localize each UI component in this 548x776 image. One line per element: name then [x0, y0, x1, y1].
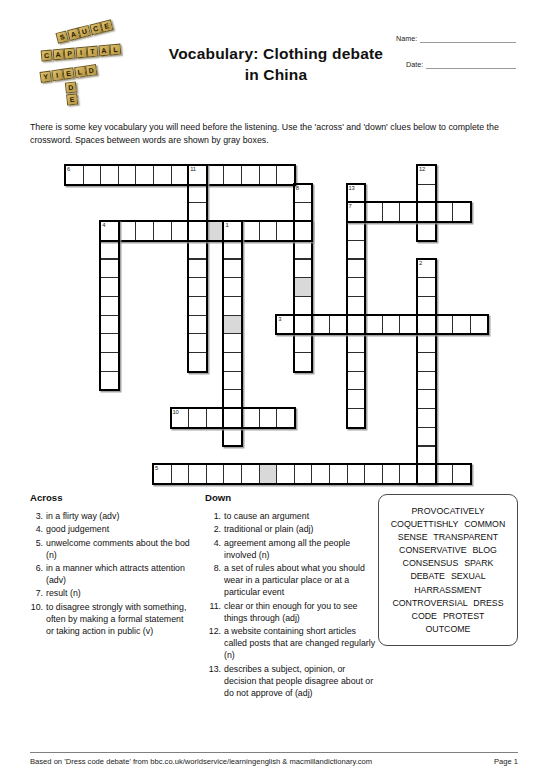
grid-cell[interactable] [100, 165, 119, 185]
grid-cell[interactable]: 3 [276, 315, 295, 335]
grid-cell[interactable] [188, 221, 207, 241]
grid-cell[interactable]: 13 [347, 184, 366, 204]
grid-cell[interactable] [206, 165, 225, 185]
worksheet-page: SAUCECAPITALYIELDDE Vocabulary: Clothing… [0, 0, 548, 776]
letter-tile: E [62, 67, 74, 79]
grid-cell[interactable] [241, 165, 260, 185]
word-bank-line: PROVOCATIVELY [382, 505, 514, 518]
grid-cell[interactable] [417, 446, 436, 466]
grid-cell[interactable]: 10 [171, 408, 190, 428]
clue-item: 13.describes a subject, opinion, or deci… [205, 663, 377, 700]
grid-cell[interactable] [417, 277, 436, 297]
grid-cell[interactable] [347, 277, 366, 297]
clue-item-text: a website containing short articles call… [224, 625, 377, 662]
grid-cell[interactable] [276, 165, 295, 185]
grid-cell[interactable] [223, 333, 242, 353]
clue-item: 12.a website containing short articles c… [205, 625, 377, 662]
grid-cell[interactable] [435, 464, 454, 484]
grid-cell[interactable] [417, 371, 436, 391]
grid-cell[interactable] [347, 408, 366, 428]
clue-item-text: in a flirty way (adv) [46, 510, 193, 522]
grid-cell[interactable] [347, 333, 366, 353]
clue-item-number: 3. [30, 510, 43, 522]
grid-cell[interactable]: 8 [294, 184, 313, 204]
name-label: Name: [396, 34, 417, 43]
grid-cell[interactable] [311, 315, 330, 335]
grid-cell[interactable] [347, 221, 366, 241]
grid-cell[interactable] [294, 259, 313, 279]
clue-item: 5.unwelcome comments about the bod (n) [30, 537, 193, 561]
clue-item: 10.to disagree strongly with something, … [30, 601, 193, 638]
clue-number: 5 [155, 465, 158, 472]
grid-cell[interactable] [188, 464, 207, 484]
clue-number: 3 [278, 316, 281, 323]
letter-tile: E [100, 19, 113, 32]
logo-tile-word: YIELD [39, 64, 98, 83]
clue-item-text: good judgement [46, 523, 193, 535]
logo-tile-word: CAPITAL [41, 44, 122, 62]
grid-cell[interactable] [153, 165, 172, 185]
clue-number: 1 [225, 222, 228, 229]
clue-item: 7.result (n) [30, 587, 193, 599]
grid-cell[interactable] [364, 464, 383, 484]
grid-cell[interactable] [100, 240, 119, 260]
word-bank-line: CONSENSUS SPARK [382, 557, 514, 570]
grid-cell[interactable] [382, 315, 401, 335]
grid-cell[interactable] [294, 240, 313, 260]
grid-cell[interactable] [417, 184, 436, 204]
grid-cell[interactable] [347, 464, 366, 484]
down-clue-list: 1.to cause an argument2.traditional or p… [205, 510, 377, 699]
grid-cell[interactable] [294, 202, 313, 222]
grid-cell[interactable] [206, 408, 225, 428]
across-clues: Across 3.in a flirty way (adv)4.good jud… [30, 492, 193, 638]
grid-cell[interactable] [188, 277, 207, 297]
grid-cell[interactable]: 4 [100, 221, 119, 241]
grid-cell[interactable] [294, 464, 313, 484]
grid-cell[interactable] [311, 464, 330, 484]
grid-cell[interactable] [470, 315, 489, 335]
grid-cell[interactable] [452, 464, 471, 484]
grid-cell[interactable] [223, 240, 242, 260]
grid-cell[interactable] [259, 165, 278, 185]
grid-cell[interactable]: 6 [65, 165, 84, 185]
letter-tile: I [75, 47, 87, 59]
word-bank: PROVOCATIVELYCOQUETTISHLY COMMONSENSE TR… [378, 494, 518, 646]
letter-tile: Y [39, 71, 51, 83]
space-cell [223, 315, 242, 335]
crossword-tiles-logo: SAUCECAPITALYIELDDE [40, 24, 140, 112]
grid-cell[interactable] [241, 221, 260, 241]
letter-tile: A [98, 45, 110, 57]
across-clue-list: 3.in a flirty way (adv)4.good judgement5… [30, 510, 193, 637]
grid-cell[interactable] [188, 333, 207, 353]
grid-cell[interactable] [347, 352, 366, 372]
grid-cell[interactable] [347, 240, 366, 260]
page-title-line2: in China [130, 65, 422, 86]
word-bank-line: OUTCOME [382, 623, 514, 636]
grid-cell[interactable] [100, 352, 119, 372]
word-bank-line: CONSERVATIVE BLOG [382, 544, 514, 557]
grid-cell[interactable] [188, 296, 207, 316]
clue-item-number: 13. [205, 663, 221, 700]
clue-item-number: 8. [205, 562, 221, 599]
grid-cell[interactable]: 5 [153, 464, 172, 484]
letter-tile: D [65, 82, 77, 94]
grid-cell[interactable] [135, 165, 154, 185]
grid-cell[interactable] [241, 408, 260, 428]
grid-cell[interactable] [452, 315, 471, 335]
grid-cell[interactable] [223, 408, 242, 428]
grid-cell[interactable] [347, 389, 366, 409]
grid-cell[interactable] [83, 165, 102, 185]
clue-item-number: 6. [30, 562, 43, 586]
footer-page-number: Page 1 [494, 757, 518, 766]
grid-cell[interactable] [399, 464, 418, 484]
grid-cell[interactable] [417, 221, 436, 241]
grid-cell[interactable] [294, 221, 313, 241]
grid-cell[interactable] [188, 352, 207, 372]
down-clues: Down 1.to cause an argument2.traditional… [205, 492, 377, 700]
word-bank-line: HARRASSMENT [382, 584, 514, 597]
clue-item-number: 2. [205, 523, 221, 535]
clue-item-text: unwelcome comments about the bod (n) [46, 537, 193, 561]
grid-cell[interactable] [399, 202, 418, 222]
grid-cell[interactable] [171, 221, 190, 241]
grid-cell[interactable] [399, 315, 418, 335]
clue-item-number: 11. [205, 600, 221, 624]
grid-cell[interactable] [435, 202, 454, 222]
grid-cell[interactable] [100, 259, 119, 279]
grid-cell[interactable] [188, 202, 207, 222]
clue-number: 7 [349, 203, 352, 210]
grid-cell[interactable] [223, 464, 242, 484]
clue-item-number: 1. [205, 510, 221, 522]
grid-cell[interactable] [188, 315, 207, 335]
clue-item: 4.good judgement [30, 523, 193, 535]
word-bank-line: CODE PROTEST [382, 610, 514, 623]
page-title-line1: Vocabulary: Clothing debate [130, 44, 422, 65]
clue-number: 10 [173, 409, 179, 416]
grid-cell[interactable] [223, 259, 242, 279]
logo-tile-word: SAUCE [55, 19, 114, 44]
grid-cell[interactable] [171, 464, 190, 484]
grid-cell[interactable]: 12 [417, 165, 436, 185]
footer-source: Based on 'Dress code debate' from bbc.co… [30, 757, 372, 766]
grid-cell[interactable] [276, 221, 295, 241]
grid-cell[interactable] [417, 352, 436, 372]
grid-cell[interactable] [188, 408, 207, 428]
space-cell [259, 464, 278, 484]
clue-item-text: clear or thin enough for you to see thin… [224, 600, 377, 624]
grid-cell[interactable] [417, 333, 436, 353]
grid-cell[interactable] [188, 240, 207, 260]
grid-cell[interactable] [276, 464, 295, 484]
clue-item-number: 5. [30, 537, 43, 561]
name-field-line [420, 34, 516, 43]
grid-cell[interactable] [417, 427, 436, 447]
space-cell [206, 221, 225, 241]
grid-cell[interactable] [347, 315, 366, 335]
letter-tile: C [41, 50, 53, 62]
grid-cell[interactable]: 7 [347, 202, 366, 222]
letter-tile: L [109, 44, 121, 56]
clue-item: 11.clear or thin enough for you to see t… [205, 600, 377, 624]
grid-cell[interactable] [276, 408, 295, 428]
grid-cell[interactable] [417, 408, 436, 428]
grid-cell[interactable] [118, 165, 137, 185]
clue-number: 2 [419, 260, 422, 267]
letter-tile: I [51, 69, 63, 81]
grid-cell[interactable] [417, 315, 436, 335]
clue-number: 4 [102, 222, 105, 229]
letter-tile: A [52, 49, 64, 61]
grid-cell[interactable] [118, 221, 137, 241]
grid-cell[interactable] [329, 464, 348, 484]
clue-item-number: 4. [205, 537, 221, 561]
grid-cell[interactable] [417, 464, 436, 484]
clue-item-text: a set of rules about what you should wea… [224, 562, 377, 599]
clue-item-number: 7. [30, 587, 43, 599]
letter-tile: L [74, 66, 86, 78]
grid-cell[interactable] [223, 352, 242, 372]
word-bank-line: CONTROVERSIAL DRESS [382, 597, 514, 610]
word-bank-line: DEBATE SEXUAL [382, 570, 514, 583]
grid-cell[interactable] [223, 427, 242, 447]
clue-item-number: 10. [30, 601, 43, 638]
clue-item: 3.in a flirty way (adv) [30, 510, 193, 522]
grid-cell[interactable] [294, 315, 313, 335]
page-title: Vocabulary: Clothing debate in China [130, 44, 422, 85]
grid-cell[interactable] [364, 315, 383, 335]
grid-cell[interactable] [153, 221, 172, 241]
grid-cell[interactable]: 1 [223, 221, 242, 241]
grid-cell[interactable] [223, 165, 242, 185]
grid-cell[interactable] [100, 277, 119, 297]
clue-item-text: traditional or plain (adj) [224, 523, 377, 535]
grid-cell[interactable] [294, 333, 313, 353]
clue-item-text: to cause an argument [224, 510, 377, 522]
clue-item-text: in a manner which attracts attention (ad… [46, 562, 193, 586]
clue-number: 8 [296, 185, 299, 192]
grid-cell[interactable] [417, 389, 436, 409]
grid-cell[interactable] [382, 202, 401, 222]
clue-item: 1.to cause an argument [205, 510, 377, 522]
grid-cell[interactable] [241, 464, 260, 484]
grid-cell[interactable] [100, 333, 119, 353]
date-row: Date: [396, 60, 516, 69]
grid-cell[interactable] [171, 165, 190, 185]
crossword-grid: 6111281374123105 [65, 165, 489, 484]
clue-item-text: to disagree strongly with something, oft… [46, 601, 193, 638]
grid-cell[interactable] [347, 371, 366, 391]
grid-cell[interactable] [417, 296, 436, 316]
word-bank-line: SENSE TRANSPARENT [382, 531, 514, 544]
page-footer: Based on 'Dress code debate' from bbc.co… [30, 752, 518, 766]
grid-cell[interactable] [294, 352, 313, 372]
clue-item-text: describes a subject, opinion, or decisio… [224, 663, 377, 700]
grid-cell[interactable] [100, 371, 119, 391]
clue-item: 2.traditional or plain (adj) [205, 523, 377, 535]
grid-cell[interactable] [382, 464, 401, 484]
clue-item-number: 12. [205, 625, 221, 662]
name-row: Name: [396, 34, 516, 43]
letter-tile: T [86, 46, 98, 58]
word-bank-line: COQUETTISHLY COMMON [382, 518, 514, 531]
clue-item: 8.a set of rules about what you should w… [205, 562, 377, 599]
letter-tile: D [85, 64, 97, 76]
grid-cell[interactable] [206, 464, 225, 484]
clue-item: 4.agreement among all the people involve… [205, 537, 377, 561]
logo-tile-word: DE [65, 81, 79, 105]
grid-cell[interactable] [347, 259, 366, 279]
grid-cell[interactable] [452, 202, 471, 222]
grid-cell[interactable] [259, 221, 278, 241]
grid-cell[interactable] [100, 296, 119, 316]
instructions-text: There is some key vocabulary you will ne… [30, 121, 526, 146]
date-field-line [426, 60, 516, 69]
grid-cell[interactable] [188, 184, 207, 204]
grid-cell[interactable] [259, 408, 278, 428]
clue-number: 11 [190, 166, 195, 173]
space-cell [294, 277, 313, 297]
grid-cell[interactable] [364, 202, 383, 222]
clue-number: 13 [349, 185, 355, 192]
clue-number: 6 [67, 166, 70, 173]
date-label: Date: [406, 60, 423, 69]
grid-cell[interactable] [223, 389, 242, 409]
grid-cell[interactable]: 11 [188, 165, 207, 185]
grid-cell[interactable] [435, 315, 454, 335]
grid-cell[interactable]: 2 [417, 259, 436, 279]
grid-cell[interactable] [100, 315, 119, 335]
grid-cell[interactable] [135, 221, 154, 241]
grid-cell[interactable] [329, 315, 348, 335]
grid-cell[interactable] [223, 371, 242, 391]
grid-cell[interactable] [417, 202, 436, 222]
clue-number: 12 [419, 166, 425, 173]
name-date-block: Name: Date: [396, 34, 516, 69]
grid-cell[interactable] [188, 259, 207, 279]
across-heading: Across [30, 492, 193, 504]
down-heading: Down [205, 492, 377, 504]
clue-item-text: agreement among all the people involved … [224, 537, 377, 561]
grid-cell[interactable] [347, 296, 366, 316]
grid-cell[interactable] [223, 277, 242, 297]
letter-tile: P [64, 48, 76, 60]
grid-cell[interactable] [294, 296, 313, 316]
clue-item-text: result (n) [46, 587, 193, 599]
grid-cell[interactable] [223, 296, 242, 316]
clue-item-number: 4. [30, 523, 43, 535]
clue-item: 6.in a manner which attracts attention (… [30, 562, 193, 586]
letter-tile: E [66, 93, 78, 105]
